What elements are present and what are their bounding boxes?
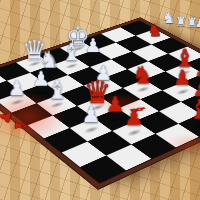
- white-pawn-a6[interactable]: ♟: [2, 73, 31, 102]
- white-bishop-b5[interactable]: ♝: [42, 76, 71, 105]
- board-perspective-wrapper: ♛♚♞♝♟♟♟♝♟♟♛♞♝♟♟♟♟♟♝♚♝: [0, 0, 200, 200]
- chess-3d-scene: ♛♚♞♝♟♟♟♝♟♟♛♞♝♟♟♟♟♟♝♚♝ ♞♞♜♜♟♟♝: [0, 0, 200, 200]
- white-pawn-b3[interactable]: ♟: [76, 99, 107, 130]
- red-knight-e4[interactable]: ♞: [129, 61, 157, 89]
- red-pawn-c2[interactable]: ♟: [119, 102, 150, 133]
- red-bishop-e1[interactable]: ♝: [185, 95, 200, 125]
- chessboard: ♛♚♞♝♟♟♟♝♟♟♛♞♝♟♟♟♟♟♝♚♝: [0, 21, 200, 183]
